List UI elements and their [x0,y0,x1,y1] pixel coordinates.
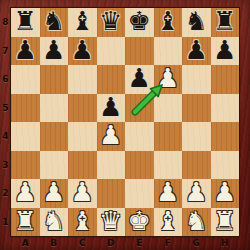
square-f1[interactable]: ♝ [154,208,183,237]
piece-black-bishop[interactable]: ♝ [71,7,94,35]
square-d2[interactable] [97,179,126,208]
square-c4[interactable] [68,122,97,151]
square-e5[interactable] [125,94,154,123]
square-g2[interactable]: ♟ [182,179,211,208]
square-d8[interactable]: ♛ [97,8,126,37]
square-b6[interactable] [40,65,69,94]
piece-white-pawn[interactable]: ♟ [213,178,236,206]
piece-white-pawn[interactable]: ♟ [71,178,94,206]
square-e7[interactable] [125,37,154,66]
square-d1[interactable]: ♛ [97,208,126,237]
piece-black-knight[interactable]: ♞ [185,7,208,35]
square-h8[interactable]: ♜ [211,8,240,37]
square-h4[interactable] [211,122,240,151]
square-h1[interactable]: ♜ [211,208,240,237]
piece-black-pawn[interactable]: ♟ [185,36,208,64]
square-g5[interactable] [182,94,211,123]
piece-white-pawn[interactable]: ♟ [42,178,65,206]
square-h2[interactable]: ♟ [211,179,240,208]
file-label-a: A [22,236,29,250]
square-g8[interactable]: ♞ [182,8,211,37]
file-label-f: F [165,236,171,250]
square-g4[interactable] [182,122,211,151]
square-a3[interactable] [11,151,40,180]
file-label-e: E [136,236,142,250]
piece-black-queen[interactable]: ♛ [99,7,122,35]
square-a2[interactable]: ♟ [11,179,40,208]
square-h6[interactable] [211,65,240,94]
square-a1[interactable]: ♜ [11,208,40,237]
square-c5[interactable] [68,94,97,123]
piece-white-king[interactable]: ♚ [128,207,151,235]
square-c1[interactable]: ♝ [68,208,97,237]
file-label-d: D [107,236,114,250]
piece-white-pawn[interactable]: ♟ [99,121,122,149]
rank-label-7: 7 [0,46,11,56]
piece-white-pawn[interactable]: ♟ [14,178,37,206]
piece-black-pawn[interactable]: ♟ [213,36,236,64]
piece-black-knight[interactable]: ♞ [42,7,65,35]
file-label-c: C [79,236,86,250]
square-d3[interactable] [97,151,126,180]
rank-label-1: 1 [0,217,11,227]
square-a8[interactable]: ♜ [11,8,40,37]
square-e1[interactable]: ♚ [125,208,154,237]
square-h3[interactable] [211,151,240,180]
rank-label-5: 5 [0,103,11,113]
square-d7[interactable] [97,37,126,66]
piece-black-rook[interactable]: ♜ [14,7,37,35]
piece-black-pawn[interactable]: ♟ [99,93,122,121]
rank-label-6: 6 [0,74,11,84]
square-b4[interactable] [40,122,69,151]
piece-white-pawn[interactable]: ♟ [156,64,179,92]
rank-label-3: 3 [0,160,11,170]
square-b8[interactable]: ♞ [40,8,69,37]
square-f7[interactable] [154,37,183,66]
piece-black-king[interactable]: ♚ [128,7,151,35]
piece-black-pawn[interactable]: ♟ [14,36,37,64]
square-e2[interactable] [125,179,154,208]
piece-white-knight[interactable]: ♞ [42,207,65,235]
square-g3[interactable] [182,151,211,180]
piece-black-pawn[interactable]: ♟ [128,64,151,92]
square-b7[interactable]: ♟ [40,37,69,66]
file-label-g: G [193,236,200,250]
square-c6[interactable] [68,65,97,94]
square-c8[interactable]: ♝ [68,8,97,37]
board-frame: ♜♞♝♛♚♝♞♜♟♟♟♟♟♟♟♟♟♟♟♟♟♟♟♜♞♝♛♚♝♞♜ 87654321… [0,0,250,250]
piece-black-rook[interactable]: ♜ [213,7,236,35]
piece-white-rook[interactable]: ♜ [14,207,37,235]
square-d6[interactable] [97,65,126,94]
piece-white-pawn[interactable]: ♟ [156,178,179,206]
square-e4[interactable] [125,122,154,151]
square-h7[interactable]: ♟ [211,37,240,66]
square-e6[interactable]: ♟ [125,65,154,94]
square-d4[interactable]: ♟ [97,122,126,151]
piece-black-pawn[interactable]: ♟ [42,36,65,64]
square-b3[interactable] [40,151,69,180]
square-g1[interactable]: ♞ [182,208,211,237]
square-f3[interactable] [154,151,183,180]
square-f2[interactable]: ♟ [154,179,183,208]
chess-board: ♜♞♝♛♚♝♞♜♟♟♟♟♟♟♟♟♟♟♟♟♟♟♟♜♞♝♛♚♝♞♜ [11,8,239,236]
rank-label-8: 8 [0,17,11,27]
square-c3[interactable] [68,151,97,180]
piece-black-bishop[interactable]: ♝ [156,7,179,35]
piece-white-rook[interactable]: ♜ [213,207,236,235]
square-c2[interactable]: ♟ [68,179,97,208]
square-f8[interactable]: ♝ [154,8,183,37]
square-a5[interactable] [11,94,40,123]
piece-black-pawn[interactable]: ♟ [71,36,94,64]
square-e8[interactable]: ♚ [125,8,154,37]
square-b1[interactable]: ♞ [40,208,69,237]
square-g6[interactable] [182,65,211,94]
square-f4[interactable] [154,122,183,151]
piece-white-knight[interactable]: ♞ [185,207,208,235]
square-b5[interactable] [40,94,69,123]
rank-label-2: 2 [0,188,11,198]
file-label-h: H [221,236,229,250]
square-a6[interactable] [11,65,40,94]
piece-white-queen[interactable]: ♛ [99,207,122,235]
square-d5[interactable]: ♟ [97,94,126,123]
piece-white-bishop[interactable]: ♝ [71,207,94,235]
piece-white-pawn[interactable]: ♟ [185,178,208,206]
piece-white-bishop[interactable]: ♝ [156,207,179,235]
square-c7[interactable]: ♟ [68,37,97,66]
square-h5[interactable] [211,94,240,123]
square-g7[interactable]: ♟ [182,37,211,66]
square-f6[interactable]: ♟ [154,65,183,94]
rank-label-4: 4 [0,131,11,141]
square-e3[interactable] [125,151,154,180]
square-a4[interactable] [11,122,40,151]
square-a7[interactable]: ♟ [11,37,40,66]
square-f5[interactable] [154,94,183,123]
square-b2[interactable]: ♟ [40,179,69,208]
file-label-b: B [50,236,57,250]
